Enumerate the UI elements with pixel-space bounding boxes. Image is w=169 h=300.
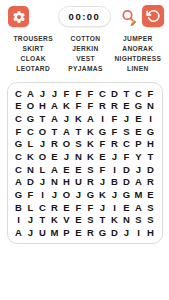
grid-cell[interactable]: A: [61, 125, 73, 138]
grid-cell[interactable]: O: [61, 188, 73, 201]
grid-cell[interactable]: S: [85, 163, 97, 176]
grid-cell[interactable]: G: [97, 226, 109, 239]
grid-cell[interactable]: G: [85, 188, 97, 201]
grid-cell[interactable]: L: [25, 138, 37, 151]
word-list-item: COTTON: [59, 34, 111, 44]
grid-cell[interactable]: R: [109, 138, 121, 151]
grid-cell[interactable]: J: [121, 226, 133, 239]
grid-cell[interactable]: F: [73, 100, 85, 113]
grid-cell[interactable]: I: [13, 214, 25, 227]
grid-cell[interactable]: F: [85, 87, 97, 100]
grid-cell[interactable]: K: [61, 100, 73, 113]
word-list-item: TROUSERS: [7, 34, 59, 44]
grid-cell[interactable]: L: [37, 163, 49, 176]
grid-cell[interactable]: J: [25, 214, 37, 227]
grid-cell[interactable]: J: [97, 201, 109, 214]
grid-cell[interactable]: G: [121, 188, 133, 201]
grid-cell[interactable]: F: [85, 100, 97, 113]
grid-cell[interactable]: S: [73, 138, 85, 151]
grid-cell[interactable]: U: [73, 176, 85, 189]
grid-cell[interactable]: J: [37, 176, 49, 189]
grid-cell[interactable]: I: [109, 163, 121, 176]
word-list-item: CLOAK: [7, 54, 59, 64]
grid-cell[interactable]: F: [25, 188, 37, 201]
grid-cell[interactable]: O: [61, 138, 73, 151]
grid-cell[interactable]: K: [85, 125, 97, 138]
grid-cell[interactable]: E: [133, 112, 145, 125]
grid-cell[interactable]: J: [37, 87, 49, 100]
grid-cell[interactable]: H: [145, 226, 157, 239]
grid-cell[interactable]: H: [145, 138, 157, 151]
grid-cell[interactable]: D: [109, 87, 121, 100]
grid-cell[interactable]: F: [85, 201, 97, 214]
grid-cell[interactable]: H: [37, 100, 49, 113]
grid-cell[interactable]: K: [85, 138, 97, 151]
grid-cell[interactable]: K: [109, 214, 121, 227]
grid-cell[interactable]: K: [49, 214, 61, 227]
grid-cell[interactable]: T: [145, 150, 157, 163]
word-search-screen: 00:00 TROUSERSSKIRTCLOAKLEOTARDCOTTONJER…: [0, 0, 169, 300]
restart-arrow-icon: [146, 9, 160, 23]
timer-display: 00:00: [58, 6, 112, 27]
grid-cell[interactable]: E: [121, 201, 133, 214]
grid-cell[interactable]: J: [133, 163, 145, 176]
grid-cell[interactable]: T: [37, 214, 49, 227]
grid-cell[interactable]: J: [61, 150, 73, 163]
grid-cell[interactable]: N: [145, 100, 157, 113]
grid-cell[interactable]: F: [97, 138, 109, 151]
grid-cell[interactable]: N: [25, 163, 37, 176]
grid-cell[interactable]: R: [85, 226, 97, 239]
grid-cell[interactable]: G: [13, 188, 25, 201]
grid-cell[interactable]: O: [37, 125, 49, 138]
grid-cell[interactable]: J: [121, 112, 133, 125]
grid-cell[interactable]: R: [145, 176, 157, 189]
grid-cell[interactable]: L: [25, 201, 37, 214]
word-list-column: COTTONJERKINVESTPYJAMAS: [59, 34, 111, 74]
grid-cell[interactable]: A: [13, 176, 25, 189]
grid-cell[interactable]: A: [85, 112, 97, 125]
grid-cell[interactable]: G: [13, 138, 25, 151]
grid-cell[interactable]: K: [73, 112, 85, 125]
grid-cell[interactable]: S: [121, 125, 133, 138]
grid-cell[interactable]: V: [61, 214, 73, 227]
grid-cell[interactable]: F: [13, 125, 25, 138]
restart-button[interactable]: [142, 5, 164, 27]
grid-cell[interactable]: P: [61, 226, 73, 239]
grid-cell[interactable]: S: [133, 214, 145, 227]
grid-cell[interactable]: A: [133, 176, 145, 189]
grid-cell[interactable]: G: [133, 100, 145, 113]
grid-cell[interactable]: A: [13, 226, 25, 239]
grid-cell[interactable]: E: [73, 163, 85, 176]
grid-cell[interactable]: J: [97, 176, 109, 189]
grid-cell[interactable]: D: [145, 163, 157, 176]
grid-cell[interactable]: R: [49, 201, 61, 214]
grid-cell[interactable]: F: [121, 150, 133, 163]
top-bar: 00:00: [0, 0, 169, 32]
grid-cell[interactable]: J: [109, 150, 121, 163]
grid-cell[interactable]: J: [37, 138, 49, 151]
grid-cell[interactable]: I: [97, 112, 109, 125]
grid-cell[interactable]: S: [85, 214, 97, 227]
grid-cell[interactable]: D: [25, 176, 37, 189]
grid-cell[interactable]: Y: [133, 150, 145, 163]
grid-cell[interactable]: D: [121, 176, 133, 189]
grid-cell[interactable]: C: [97, 87, 109, 100]
grid-cell[interactable]: N: [49, 176, 61, 189]
grid-cell[interactable]: K: [25, 150, 37, 163]
grid-cell[interactable]: E: [49, 150, 61, 163]
grid-cell[interactable]: J: [61, 112, 73, 125]
word-list-column: JUMPERANORAKNIGHTDRESSLINEN: [112, 34, 164, 74]
grid-cell[interactable]: E: [73, 214, 85, 227]
grid-cell[interactable]: K: [85, 150, 97, 163]
word-list-item: LINEN: [112, 64, 164, 74]
word-list-item: JERKIN: [59, 44, 111, 54]
gear-icon: [12, 10, 26, 24]
grid-cell[interactable]: E: [121, 100, 133, 113]
grid-cell[interactable]: T: [73, 125, 85, 138]
grid-cell[interactable]: I: [145, 112, 157, 125]
grid-cell[interactable]: J: [109, 188, 121, 201]
grid-cell[interactable]: C: [13, 112, 25, 125]
grid-cell[interactable]: E: [97, 150, 109, 163]
grid-cell[interactable]: U: [37, 226, 49, 239]
grid-cell[interactable]: C: [37, 201, 49, 214]
grid-cell[interactable]: T: [49, 125, 61, 138]
grid-cell[interactable]: R: [97, 100, 109, 113]
settings-button[interactable]: [8, 6, 29, 27]
grid-cell[interactable]: C: [13, 150, 25, 163]
grid-cell[interactable]: S: [145, 214, 157, 227]
grid-cell[interactable]: F: [109, 125, 121, 138]
grid-cell[interactable]: J: [73, 188, 85, 201]
grid-cell[interactable]: E: [73, 226, 85, 239]
grid-cell[interactable]: M: [49, 226, 61, 239]
grid-cell[interactable]: K: [97, 188, 109, 201]
word-list-item: VEST: [59, 54, 111, 64]
grid-cell[interactable]: T: [97, 214, 109, 227]
grid-cell[interactable]: A: [49, 163, 61, 176]
grid-cell[interactable]: C: [25, 125, 37, 138]
grid-cell[interactable]: B: [13, 201, 25, 214]
grid-cell[interactable]: T: [121, 87, 133, 100]
grid-cell[interactable]: F: [73, 201, 85, 214]
letter-grid: CAJJFFFCDTCFEOHAKFFRREGNCGTAJKAIFJEIFCOT…: [7, 82, 163, 244]
grid-cell[interactable]: I: [37, 188, 49, 201]
grid-cell[interactable]: E: [61, 163, 73, 176]
grid-cell[interactable]: J: [49, 188, 61, 201]
grid-cell[interactable]: F: [109, 112, 121, 125]
magnifier-pencil-icon: [120, 8, 138, 26]
grid-cell[interactable]: O: [37, 150, 49, 163]
word-list-item: JUMPER: [112, 34, 164, 44]
grid-cell[interactable]: J: [49, 87, 61, 100]
grid-cell[interactable]: A: [133, 201, 145, 214]
grid-cell[interactable]: N: [73, 150, 85, 163]
grid-cell[interactable]: B: [109, 176, 121, 189]
hint-button[interactable]: [120, 8, 138, 26]
grid-cell[interactable]: C: [121, 138, 133, 151]
grid-cell[interactable]: I: [133, 226, 145, 239]
grid-cell[interactable]: G: [97, 125, 109, 138]
grid-cell[interactable]: D: [121, 163, 133, 176]
grid-cell[interactable]: F: [61, 87, 73, 100]
word-list-item: SKIRT: [7, 44, 59, 54]
grid-cell[interactable]: N: [121, 214, 133, 227]
grid-cell[interactable]: F: [73, 87, 85, 100]
grid-cell[interactable]: F: [97, 163, 109, 176]
grid-cell[interactable]: A: [49, 100, 61, 113]
grid-cell[interactable]: A: [25, 87, 37, 100]
grid-cell[interactable]: C: [13, 163, 25, 176]
grid-cell[interactable]: E: [13, 100, 25, 113]
grid-cell[interactable]: R: [85, 176, 97, 189]
grid-cell[interactable]: R: [109, 100, 121, 113]
grid-cell[interactable]: E: [61, 201, 73, 214]
grid-cell[interactable]: M: [133, 188, 145, 201]
grid-cell[interactable]: C: [133, 87, 145, 100]
grid-cell[interactable]: F: [145, 87, 157, 100]
timer-value: 00:00: [69, 11, 101, 22]
word-list-item: NIGHTDRESS: [112, 54, 164, 64]
grid-cell[interactable]: S: [145, 201, 157, 214]
grid-cell[interactable]: D: [109, 226, 121, 239]
word-list-column: TROUSERSSKIRTCLOAKLEOTARD: [7, 34, 59, 74]
grid-cell[interactable]: C: [13, 87, 25, 100]
grid-cell[interactable]: O: [25, 100, 37, 113]
word-list-item: PYJAMAS: [59, 64, 111, 74]
grid-cell[interactable]: A: [49, 112, 61, 125]
grid-cell[interactable]: H: [61, 176, 73, 189]
grid-cell[interactable]: E: [133, 125, 145, 138]
grid-cell[interactable]: J: [25, 226, 37, 239]
word-list: TROUSERSSKIRTCLOAKLEOTARDCOTTONJERKINVES…: [0, 32, 169, 74]
grid-cell[interactable]: R: [49, 138, 61, 151]
grid-cell[interactable]: P: [133, 138, 145, 151]
grid-cell[interactable]: G: [25, 112, 37, 125]
word-list-item: LEOTARD: [7, 64, 59, 74]
grid-cell[interactable]: E: [145, 188, 157, 201]
grid-cell[interactable]: I: [109, 201, 121, 214]
word-list-item: ANORAK: [112, 44, 164, 54]
grid-cell[interactable]: T: [37, 112, 49, 125]
grid-cell[interactable]: G: [145, 125, 157, 138]
